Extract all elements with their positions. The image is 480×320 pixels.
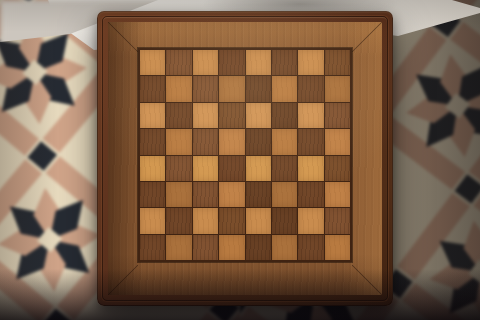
chess-board: [140, 50, 350, 260]
board-square[interactable]: [193, 235, 218, 260]
board-square[interactable]: [272, 182, 297, 207]
board-square[interactable]: [140, 103, 165, 128]
board-square[interactable]: [193, 103, 218, 128]
board-square[interactable]: [140, 76, 165, 101]
board-square[interactable]: [246, 182, 271, 207]
board-square[interactable]: [325, 182, 350, 207]
board-square[interactable]: [272, 156, 297, 181]
board-square[interactable]: [166, 235, 191, 260]
board-square[interactable]: [219, 50, 244, 75]
board-square[interactable]: [325, 50, 350, 75]
board-square[interactable]: [246, 129, 271, 154]
board-square[interactable]: [140, 156, 165, 181]
board-square[interactable]: [298, 208, 323, 233]
miter-joint: [352, 265, 382, 295]
board-square[interactable]: [298, 235, 323, 260]
board-square[interactable]: [272, 235, 297, 260]
board-square[interactable]: [193, 76, 218, 101]
board-square[interactable]: [193, 50, 218, 75]
board-square[interactable]: [140, 235, 165, 260]
board-square[interactable]: [272, 208, 297, 233]
board-square[interactable]: [193, 182, 218, 207]
board-square[interactable]: [219, 208, 244, 233]
board-square[interactable]: [298, 103, 323, 128]
board-square[interactable]: [272, 103, 297, 128]
board-square[interactable]: [272, 50, 297, 75]
photo: [0, 0, 480, 320]
board-square[interactable]: [246, 50, 271, 75]
board-square[interactable]: [246, 156, 271, 181]
board-square[interactable]: [219, 129, 244, 154]
board-square[interactable]: [298, 156, 323, 181]
board-square[interactable]: [298, 76, 323, 101]
board-square[interactable]: [219, 76, 244, 101]
board-square[interactable]: [298, 129, 323, 154]
board-square[interactable]: [298, 182, 323, 207]
board-square[interactable]: [325, 76, 350, 101]
board-square[interactable]: [219, 156, 244, 181]
board-square[interactable]: [193, 129, 218, 154]
board-square[interactable]: [272, 76, 297, 101]
board-square[interactable]: [166, 76, 191, 101]
board-square[interactable]: [166, 50, 191, 75]
board-square[interactable]: [325, 235, 350, 260]
board-square[interactable]: [325, 156, 350, 181]
miter-joint: [352, 22, 382, 52]
board-square[interactable]: [246, 208, 271, 233]
board-square[interactable]: [325, 208, 350, 233]
board-square[interactable]: [193, 156, 218, 181]
board-square[interactable]: [166, 156, 191, 181]
miter-joint: [108, 265, 138, 295]
board-square[interactable]: [140, 50, 165, 75]
board-inlay-frame: [138, 48, 352, 262]
board-square[interactable]: [140, 182, 165, 207]
board-square[interactable]: [140, 129, 165, 154]
board-square[interactable]: [219, 235, 244, 260]
board-square[interactable]: [219, 182, 244, 207]
board-square[interactable]: [246, 76, 271, 101]
board-square[interactable]: [140, 208, 165, 233]
board-square[interactable]: [219, 103, 244, 128]
chess-table: [97, 11, 393, 306]
board-square[interactable]: [193, 208, 218, 233]
miter-joint: [108, 22, 138, 52]
board-square[interactable]: [246, 235, 271, 260]
board-square[interactable]: [166, 208, 191, 233]
board-square[interactable]: [325, 103, 350, 128]
board-square[interactable]: [298, 50, 323, 75]
board-square[interactable]: [166, 129, 191, 154]
board-square[interactable]: [166, 182, 191, 207]
board-square[interactable]: [325, 129, 350, 154]
board-square[interactable]: [272, 129, 297, 154]
board-square[interactable]: [246, 103, 271, 128]
board-square[interactable]: [166, 103, 191, 128]
